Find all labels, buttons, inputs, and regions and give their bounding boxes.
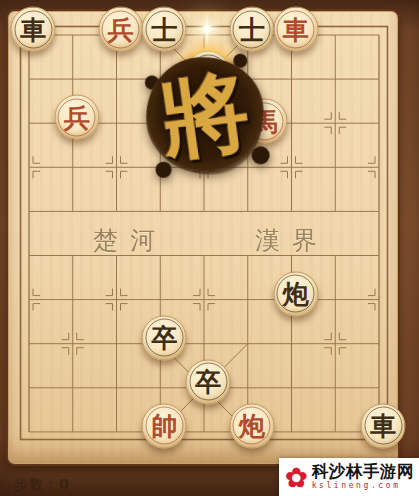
black-chariot-a[interactable]: 車: [11, 7, 56, 52]
black-general[interactable]: 将: [186, 51, 231, 96]
red-cannon[interactable]: 炮: [229, 403, 274, 448]
black-advisor-b[interactable]: 士: [229, 7, 274, 52]
red-general[interactable]: 帥: [142, 403, 187, 448]
black-chariot-b[interactable]: 車: [361, 403, 406, 448]
piece-label: 炮: [283, 281, 309, 307]
piece-label: 炮: [239, 413, 265, 439]
black-soldier-a[interactable]: 卒: [142, 315, 187, 360]
river-label-left: 楚河: [93, 224, 167, 257]
piece-label: 卒: [151, 325, 177, 351]
piece-label: 帥: [151, 413, 177, 439]
black-soldier-b[interactable]: 卒: [186, 359, 231, 404]
site-name: 科沙林手游网: [312, 463, 414, 482]
piece-label: 車: [20, 16, 46, 42]
red-chariot[interactable]: 車: [273, 7, 318, 52]
piece-label: 将: [195, 60, 221, 86]
piece-label: 士: [151, 16, 177, 42]
piece-label: 馬: [252, 108, 278, 134]
site-url: kslineng.com: [312, 482, 414, 491]
xiangqi-game-screen: 楚河 漢界 車兵士士車将兵馬炮卒卒帥炮車 將 步数：0 ✿ 科沙林手游网 ksl…: [0, 0, 419, 496]
red-soldier-b[interactable]: 兵: [54, 95, 99, 140]
piece-label: 兵: [64, 104, 90, 130]
piece-label: 車: [283, 16, 309, 42]
piece-label: 兵: [108, 16, 134, 42]
step-counter: 步数：0: [14, 476, 70, 494]
black-advisor-a[interactable]: 士: [142, 7, 187, 52]
black-cannon[interactable]: 炮: [273, 271, 318, 316]
river-label-right: 漢界: [255, 224, 329, 257]
red-horse[interactable]: 馬: [242, 99, 287, 144]
piece-label: 車: [370, 413, 396, 439]
flower-logo-icon: ✿: [285, 464, 308, 491]
red-soldier-a[interactable]: 兵: [98, 7, 143, 52]
piece-label: 卒: [195, 369, 221, 395]
piece-label: 士: [239, 16, 265, 42]
site-watermark: ✿ 科沙林手游网 kslineng.com: [279, 458, 419, 496]
